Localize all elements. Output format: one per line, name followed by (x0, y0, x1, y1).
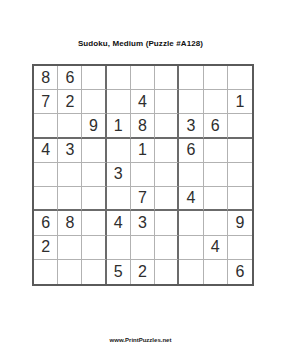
cell-r8c1: 2 (34, 236, 58, 260)
cell-r8c4 (107, 236, 131, 260)
cell-r9c2 (58, 260, 82, 284)
cell-r6c4 (107, 187, 131, 211)
cell-r6c9 (228, 187, 252, 211)
cell-r7c1: 6 (34, 211, 58, 235)
cell-r5c9 (228, 163, 252, 187)
cell-r7c4: 4 (107, 211, 131, 235)
cell-r3c8: 6 (204, 114, 228, 138)
cell-r2c1: 7 (34, 90, 58, 114)
cell-r3c9 (228, 114, 252, 138)
cell-r5c7 (179, 163, 203, 187)
cell-r2c3 (82, 90, 106, 114)
cell-r1c9 (228, 66, 252, 90)
cell-r5c6 (155, 163, 179, 187)
cell-r6c1 (34, 187, 58, 211)
cell-r3c4: 1 (107, 114, 131, 138)
cell-r3c3: 9 (82, 114, 106, 138)
cell-r8c9 (228, 236, 252, 260)
cell-r2c4 (107, 90, 131, 114)
cell-r9c1 (34, 260, 58, 284)
cell-r9c6 (155, 260, 179, 284)
cell-r9c5: 2 (131, 260, 155, 284)
cell-r8c8: 4 (204, 236, 228, 260)
cell-r8c5 (131, 236, 155, 260)
puzzle-page: Sudoku, Medium (Puzzle #A128) 8672419183… (0, 0, 281, 363)
cell-r8c7 (179, 236, 203, 260)
cell-r8c2 (58, 236, 82, 260)
cell-r1c1: 8 (34, 66, 58, 90)
cell-r1c6 (155, 66, 179, 90)
cell-r1c5 (131, 66, 155, 90)
cell-r6c3 (82, 187, 106, 211)
cell-r4c1: 4 (34, 139, 58, 163)
cell-r4c9 (228, 139, 252, 163)
cell-r5c1 (34, 163, 58, 187)
cell-r7c9: 9 (228, 211, 252, 235)
cell-r4c2: 3 (58, 139, 82, 163)
cell-r2c5: 4 (131, 90, 155, 114)
cell-r3c5: 8 (131, 114, 155, 138)
cell-r5c8 (204, 163, 228, 187)
cell-r3c7: 3 (179, 114, 203, 138)
cell-r7c8 (204, 211, 228, 235)
sudoku-grid: 8672419183643163746843924526 (32, 64, 254, 286)
cell-r9c8 (204, 260, 228, 284)
cell-r3c2 (58, 114, 82, 138)
cell-r2c9: 1 (228, 90, 252, 114)
cell-r2c7 (179, 90, 203, 114)
cell-r4c4 (107, 139, 131, 163)
cell-r7c2: 8 (58, 211, 82, 235)
cell-r5c5 (131, 163, 155, 187)
cell-r1c4 (107, 66, 131, 90)
cell-r3c6 (155, 114, 179, 138)
cell-r3c1 (34, 114, 58, 138)
cell-r6c7: 4 (179, 187, 203, 211)
cell-r1c2: 6 (58, 66, 82, 90)
cell-r5c3 (82, 163, 106, 187)
cell-r5c2 (58, 163, 82, 187)
cell-r9c9: 6 (228, 260, 252, 284)
cell-r4c8 (204, 139, 228, 163)
cell-r4c7: 6 (179, 139, 203, 163)
cell-r9c3 (82, 260, 106, 284)
cell-r2c8 (204, 90, 228, 114)
cell-r6c5: 7 (131, 187, 155, 211)
cell-r9c7 (179, 260, 203, 284)
cell-r8c6 (155, 236, 179, 260)
cell-r1c3 (82, 66, 106, 90)
cell-r2c6 (155, 90, 179, 114)
cell-r6c2 (58, 187, 82, 211)
footer-url: www.PrintPuzzles.net (0, 337, 281, 343)
cell-r1c8 (204, 66, 228, 90)
cell-r2c2: 2 (58, 90, 82, 114)
cell-r1c7 (179, 66, 203, 90)
cell-r6c6 (155, 187, 179, 211)
cell-r7c3 (82, 211, 106, 235)
cell-r4c6 (155, 139, 179, 163)
cell-r7c6 (155, 211, 179, 235)
cell-r7c7 (179, 211, 203, 235)
cell-r8c3 (82, 236, 106, 260)
cell-r6c8 (204, 187, 228, 211)
cell-r4c5: 1 (131, 139, 155, 163)
puzzle-title: Sudoku, Medium (Puzzle #A128) (0, 39, 281, 48)
cell-r5c4: 3 (107, 163, 131, 187)
cell-r9c4: 5 (107, 260, 131, 284)
cell-r4c3 (82, 139, 106, 163)
cell-r7c5: 3 (131, 211, 155, 235)
